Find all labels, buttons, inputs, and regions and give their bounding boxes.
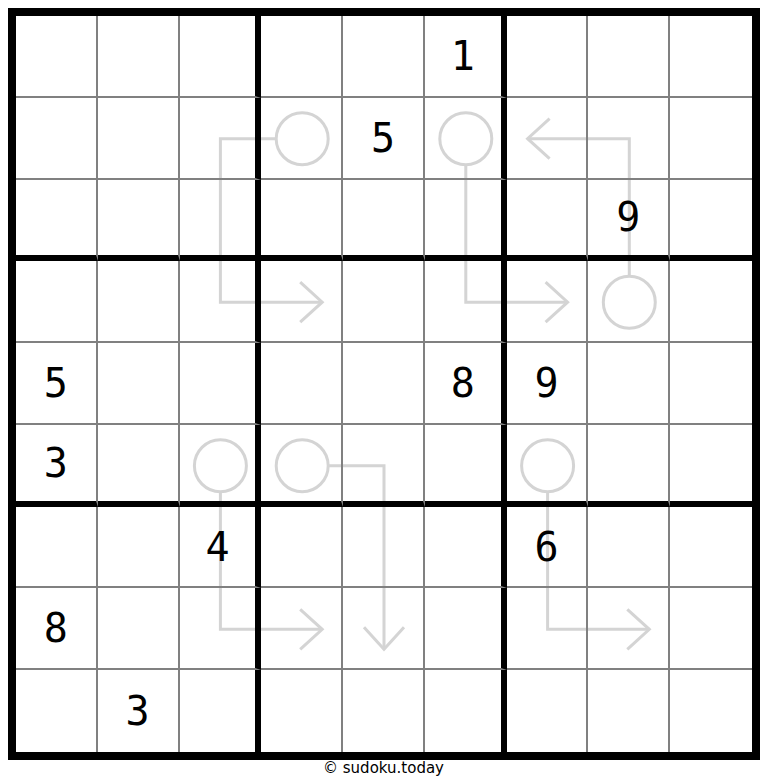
cell-r3c2[interactable] (98, 180, 180, 262)
cell-r4c2[interactable] (98, 261, 180, 343)
cell-r8c3[interactable] (180, 588, 262, 670)
cell-r8c4[interactable] (261, 588, 343, 670)
cell-r3c3[interactable] (180, 180, 262, 262)
cell-r2c7[interactable] (507, 98, 589, 180)
cell-r9c5[interactable] (343, 670, 425, 752)
cell-r9c4[interactable] (261, 670, 343, 752)
cell-r5c9[interactable] (670, 343, 752, 425)
cell-r2c9[interactable] (670, 98, 752, 180)
given-digit: 6 (535, 527, 559, 567)
cell-r5c2[interactable] (98, 343, 180, 425)
cell-r4c1[interactable] (16, 261, 98, 343)
cell-r6c2[interactable] (98, 425, 180, 507)
cell-r1c5[interactable] (343, 16, 425, 98)
given-digit: 3 (44, 443, 68, 483)
cell-r6c3[interactable] (180, 425, 262, 507)
cell-r7c9[interactable] (670, 507, 752, 589)
cell-r8c7[interactable] (507, 588, 589, 670)
sudoku-board: 15958934683 (8, 8, 760, 760)
cell-r1c3[interactable] (180, 16, 262, 98)
cell-r3c6[interactable] (425, 180, 507, 262)
cell-r9c6[interactable] (425, 670, 507, 752)
given-digit: 4 (205, 527, 229, 567)
cell-r4c6[interactable] (425, 261, 507, 343)
cell-r2c8[interactable] (588, 98, 670, 180)
cell-r9c2[interactable]: 3 (98, 670, 180, 752)
cell-r7c2[interactable] (98, 507, 180, 589)
cell-r6c7[interactable] (507, 425, 589, 507)
cell-r2c1[interactable] (16, 98, 98, 180)
cell-r1c2[interactable] (98, 16, 180, 98)
cell-r4c9[interactable] (670, 261, 752, 343)
cell-r8c6[interactable] (425, 588, 507, 670)
cell-r2c6[interactable] (425, 98, 507, 180)
cell-r5c5[interactable] (343, 343, 425, 425)
cell-r6c4[interactable] (261, 425, 343, 507)
cell-r6c6[interactable] (425, 425, 507, 507)
cell-r9c3[interactable] (180, 670, 262, 752)
cell-r6c5[interactable] (343, 425, 425, 507)
cell-r3c4[interactable] (261, 180, 343, 262)
cell-r8c8[interactable] (588, 588, 670, 670)
cell-r8c2[interactable] (98, 588, 180, 670)
cell-r5c4[interactable] (261, 343, 343, 425)
cell-r1c7[interactable] (507, 16, 589, 98)
cell-r1c1[interactable] (16, 16, 98, 98)
cell-r7c7[interactable]: 6 (507, 507, 589, 589)
cell-r3c8[interactable]: 9 (588, 180, 670, 262)
credit-text: © sudoku.today (0, 759, 767, 777)
cell-r9c1[interactable] (16, 670, 98, 752)
given-digit: 1 (451, 36, 475, 76)
cell-r8c1[interactable]: 8 (16, 588, 98, 670)
cell-r7c4[interactable] (261, 507, 343, 589)
sudoku-grid: 15958934683 (16, 16, 752, 752)
cell-r3c1[interactable] (16, 180, 98, 262)
cell-r2c3[interactable] (180, 98, 262, 180)
cell-r3c7[interactable] (507, 180, 589, 262)
cell-r9c8[interactable] (588, 670, 670, 752)
cell-r6c9[interactable] (670, 425, 752, 507)
cell-r7c5[interactable] (343, 507, 425, 589)
cell-r4c3[interactable] (180, 261, 262, 343)
cell-r1c8[interactable] (588, 16, 670, 98)
cell-r2c4[interactable] (261, 98, 343, 180)
cell-r1c6[interactable]: 1 (425, 16, 507, 98)
cell-r2c2[interactable] (98, 98, 180, 180)
given-digit: 9 (616, 197, 640, 237)
cell-r5c8[interactable] (588, 343, 670, 425)
cell-r5c1[interactable]: 5 (16, 343, 98, 425)
cell-r3c5[interactable] (343, 180, 425, 262)
cell-r7c6[interactable] (425, 507, 507, 589)
given-digit: 9 (535, 363, 559, 403)
cell-r2c5[interactable]: 5 (343, 98, 425, 180)
cell-r5c3[interactable] (180, 343, 262, 425)
cell-r1c4[interactable] (261, 16, 343, 98)
cell-r4c8[interactable] (588, 261, 670, 343)
cell-r9c7[interactable] (507, 670, 589, 752)
given-digit: 5 (44, 363, 68, 403)
cell-r3c9[interactable] (670, 180, 752, 262)
cell-r1c9[interactable] (670, 16, 752, 98)
cell-r7c8[interactable] (588, 507, 670, 589)
cell-r8c9[interactable] (670, 588, 752, 670)
cell-r5c7[interactable]: 9 (507, 343, 589, 425)
cell-r8c5[interactable] (343, 588, 425, 670)
cell-r6c8[interactable] (588, 425, 670, 507)
given-digit: 5 (371, 118, 395, 158)
cell-r9c9[interactable] (670, 670, 752, 752)
given-digit: 8 (451, 363, 475, 403)
cell-r7c3[interactable]: 4 (180, 507, 262, 589)
given-digit: 8 (44, 608, 68, 648)
cell-r4c7[interactable] (507, 261, 589, 343)
cell-r4c4[interactable] (261, 261, 343, 343)
cell-r4c5[interactable] (343, 261, 425, 343)
cell-r7c1[interactable] (16, 507, 98, 589)
cell-r6c1[interactable]: 3 (16, 425, 98, 507)
cell-r5c6[interactable]: 8 (425, 343, 507, 425)
given-digit: 3 (126, 691, 150, 731)
